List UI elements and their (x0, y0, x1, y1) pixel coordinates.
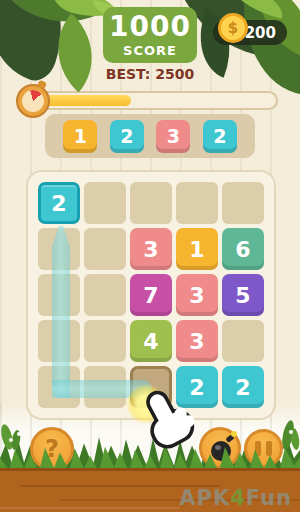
queue-tile: 2 (203, 120, 237, 153)
flower-dot (9, 438, 13, 442)
time-progress-bar (40, 91, 278, 110)
score-value: 1000 (109, 13, 191, 41)
board-tile-2[interactable]: 2 (222, 366, 264, 408)
game-board[interactable]: 23167354322 (26, 170, 276, 420)
board-tile-3[interactable]: 3 (130, 228, 172, 270)
progress-fill (44, 95, 131, 106)
watermark-part1: APK (179, 486, 230, 510)
drag-path-vertical (52, 226, 70, 398)
coin-symbol: $ (228, 19, 238, 37)
queue-tile: 1 (63, 120, 97, 153)
board-cell-empty (84, 274, 126, 316)
coin-icon: $ (218, 13, 248, 43)
hand-cursor-icon (134, 388, 200, 454)
board-cell-empty (84, 182, 126, 224)
board-tile-3[interactable]: 3 (176, 274, 218, 316)
coin-count: 200 (245, 24, 276, 42)
board-tile-4[interactable]: 4 (130, 320, 172, 362)
watermark-part2: 4 (230, 486, 246, 510)
board-tile-3[interactable]: 3 (176, 320, 218, 362)
queue-tile: 2 (110, 120, 144, 153)
pause-button[interactable] (244, 429, 283, 468)
board-tile-7[interactable]: 7 (130, 274, 172, 316)
board-grid: 23167354322 (38, 182, 264, 408)
board-cell-empty (176, 182, 218, 224)
board-tile-1[interactable]: 1 (176, 228, 218, 270)
score-panel: 1000 SCORE (103, 7, 197, 63)
board-tile-5[interactable]: 5 (222, 274, 264, 316)
board-tile-6[interactable]: 6 (222, 228, 264, 270)
watermark: APK4Fun (179, 486, 292, 510)
board-cell-empty (84, 320, 126, 362)
best-score-text: BEST: 2500 (0, 66, 300, 82)
queue: 1232 (45, 114, 255, 158)
flower-dot (289, 430, 293, 434)
board-cell-empty (222, 320, 264, 362)
flower-dot (17, 432, 21, 436)
bomb-button[interactable] (199, 427, 241, 469)
timer-icon (16, 84, 50, 118)
game-screen: 1000 SCORE 200 $ BEST: 2500 1232 2316735… (0, 0, 300, 512)
watermark-part3: Fun (246, 486, 292, 510)
score-label: SCORE (123, 43, 177, 58)
board-cell-empty (222, 182, 264, 224)
board-cell-empty (130, 182, 172, 224)
board-cell-empty (84, 228, 126, 270)
queue-tile: 3 (156, 120, 190, 153)
board-tile-2[interactable]: 2 (38, 182, 80, 224)
